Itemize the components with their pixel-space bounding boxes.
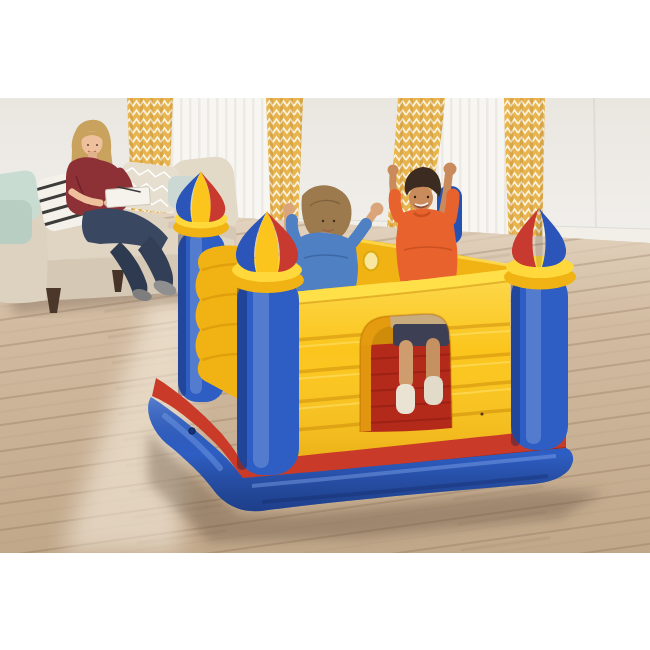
boy-orange-eye-left (414, 196, 416, 198)
woman-eye-right (96, 144, 98, 146)
tower-right-highlight (526, 276, 541, 444)
boy-orange-hand-left (388, 165, 399, 176)
woman-eye-left (87, 144, 89, 146)
boy-orange-hand-right (444, 163, 457, 176)
product-photo (0, 0, 650, 650)
child-sock-right (424, 376, 443, 405)
tower-front-left (230, 211, 304, 475)
tower-front-left-shade (237, 276, 247, 470)
tower-right-shade (511, 274, 520, 446)
tower-front-left-highlight (253, 278, 269, 468)
tower-rear-left-shade (178, 232, 186, 396)
boy-blue-eye-right (333, 220, 335, 222)
boy-orange-sleeve-left (395, 195, 399, 217)
child-sock-left (396, 384, 415, 414)
photo-area (0, 98, 650, 553)
boy-blue-fist-left (283, 203, 295, 215)
boy-orange-eye-right (427, 196, 429, 198)
porthole-window (364, 252, 379, 271)
boy-blue-eye-left (322, 220, 324, 222)
boy-blue-fist-right (371, 203, 384, 216)
boy-orange-sleeve-right (450, 195, 453, 219)
base-valve (189, 428, 195, 434)
front-wall-valve-dot (480, 412, 483, 415)
pillow-sage (0, 200, 32, 244)
scene-svg (0, 0, 650, 650)
child-leg-left (399, 340, 413, 388)
